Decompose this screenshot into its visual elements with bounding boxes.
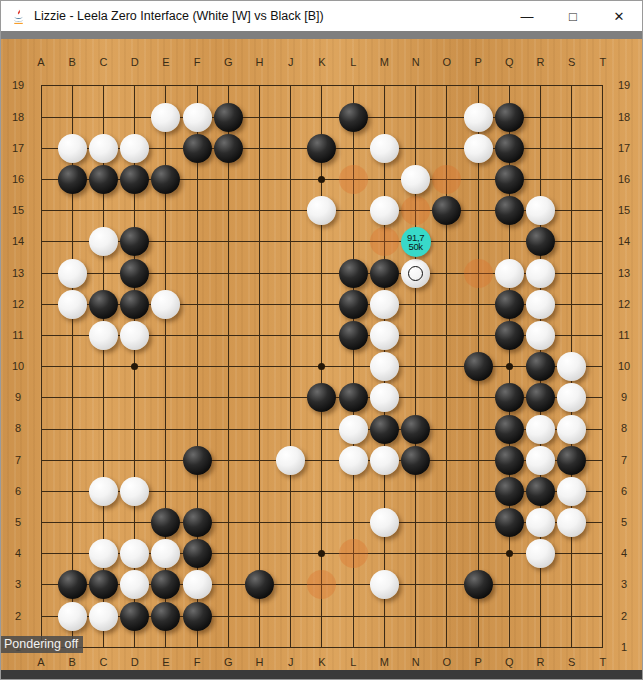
board-point-O6[interactable] [431,476,462,507]
board-point-N15[interactable] [400,195,431,226]
board-point-T12[interactable] [587,289,618,320]
board-point-E19[interactable] [150,70,181,101]
board-point-G2[interactable] [213,601,244,632]
board-point-H5[interactable] [244,507,275,538]
board-point-P11[interactable] [462,320,493,351]
board-point-Q13[interactable] [494,258,525,289]
board-point-A4[interactable] [25,538,56,569]
board-point-E2[interactable] [150,601,181,632]
board-point-J12[interactable] [275,289,306,320]
board-point-A11[interactable] [25,320,56,351]
board-point-B14[interactable] [57,226,88,257]
board-point-C12[interactable] [88,289,119,320]
board-point-R18[interactable] [525,102,556,133]
board-point-D11[interactable] [119,320,150,351]
board-point-G1[interactable] [213,632,244,663]
board-point-K12[interactable] [306,289,337,320]
board-point-N7[interactable] [400,445,431,476]
board-point-P5[interactable] [462,507,493,538]
board-point-E14[interactable] [150,226,181,257]
board-point-E7[interactable] [150,445,181,476]
board-point-M8[interactable] [369,413,400,444]
board-point-G6[interactable] [213,476,244,507]
board-point-A17[interactable] [25,133,56,164]
board-point-R4[interactable] [525,538,556,569]
board-point-M1[interactable] [369,632,400,663]
board-point-N17[interactable] [400,133,431,164]
board-point-D18[interactable] [119,102,150,133]
board-point-K2[interactable] [306,601,337,632]
board-point-H18[interactable] [244,102,275,133]
board-point-O15[interactable] [431,195,462,226]
board-point-T15[interactable] [587,195,618,226]
board-point-T2[interactable] [587,601,618,632]
board-point-H14[interactable] [244,226,275,257]
board-point-G19[interactable] [213,70,244,101]
board-point-C14[interactable] [88,226,119,257]
board-point-D12[interactable] [119,289,150,320]
board-point-P19[interactable] [462,70,493,101]
board-point-E15[interactable] [150,195,181,226]
board-point-L10[interactable] [338,351,369,382]
board-point-E18[interactable] [150,102,181,133]
board-point-T13[interactable] [587,258,618,289]
board-point-N1[interactable] [400,632,431,663]
board-point-E12[interactable] [150,289,181,320]
minimize-button[interactable]: — [504,1,550,31]
board-point-G10[interactable] [213,351,244,382]
board-point-R5[interactable] [525,507,556,538]
board-point-N4[interactable] [400,538,431,569]
board-point-K4[interactable] [306,538,337,569]
board-point-N9[interactable] [400,382,431,413]
board-point-M16[interactable] [369,164,400,195]
board-point-G11[interactable] [213,320,244,351]
board-point-L17[interactable] [338,133,369,164]
board-point-R3[interactable] [525,569,556,600]
board-point-A5[interactable] [25,507,56,538]
board-point-R11[interactable] [525,320,556,351]
board-point-B15[interactable] [57,195,88,226]
board-point-O14[interactable] [431,226,462,257]
board-point-B7[interactable] [57,445,88,476]
board-point-K17[interactable] [306,133,337,164]
board-point-E9[interactable] [150,382,181,413]
board-point-L18[interactable] [338,102,369,133]
board-point-F7[interactable] [181,445,212,476]
board-point-A13[interactable] [25,258,56,289]
board-point-Q14[interactable] [494,226,525,257]
board-point-H9[interactable] [244,382,275,413]
board-point-M4[interactable] [369,538,400,569]
board-point-C19[interactable] [88,70,119,101]
board-point-H15[interactable] [244,195,275,226]
board-point-T9[interactable] [587,382,618,413]
board-point-P4[interactable] [462,538,493,569]
board-point-E8[interactable] [150,413,181,444]
board-point-B11[interactable] [57,320,88,351]
board-point-N8[interactable] [400,413,431,444]
board-point-J6[interactable] [275,476,306,507]
board-point-C1[interactable] [88,632,119,663]
board-point-G13[interactable] [213,258,244,289]
board-point-B17[interactable] [57,133,88,164]
board-point-O1[interactable] [431,632,462,663]
board-point-N19[interactable] [400,70,431,101]
board-point-O7[interactable] [431,445,462,476]
board-point-K11[interactable] [306,320,337,351]
board-point-T18[interactable] [587,102,618,133]
board-point-H6[interactable] [244,476,275,507]
board-point-P9[interactable] [462,382,493,413]
board-point-R6[interactable] [525,476,556,507]
board-point-B5[interactable] [57,507,88,538]
board-point-A9[interactable] [25,382,56,413]
board-point-E10[interactable] [150,351,181,382]
board-point-A2[interactable] [25,601,56,632]
board-point-Q4[interactable] [494,538,525,569]
board-point-J15[interactable] [275,195,306,226]
board-point-K9[interactable] [306,382,337,413]
board-point-G8[interactable] [213,413,244,444]
board-point-T4[interactable] [587,538,618,569]
board-point-K8[interactable] [306,413,337,444]
board-point-G9[interactable] [213,382,244,413]
board-point-S18[interactable] [556,102,587,133]
board-point-D3[interactable] [119,569,150,600]
board-point-Q3[interactable] [494,569,525,600]
board-point-R17[interactable] [525,133,556,164]
board-point-S15[interactable] [556,195,587,226]
board-point-C2[interactable] [88,601,119,632]
board-point-K14[interactable] [306,226,337,257]
board-point-K13[interactable] [306,258,337,289]
board-point-J14[interactable] [275,226,306,257]
board-point-D19[interactable] [119,70,150,101]
board-point-S17[interactable] [556,133,587,164]
board-point-D17[interactable] [119,133,150,164]
board-point-A12[interactable] [25,289,56,320]
board-point-B18[interactable] [57,102,88,133]
board-point-E17[interactable] [150,133,181,164]
board-point-L12[interactable] [338,289,369,320]
board-point-G17[interactable] [213,133,244,164]
board-point-R2[interactable] [525,601,556,632]
board-point-N12[interactable] [400,289,431,320]
board-point-M2[interactable] [369,601,400,632]
board-point-N6[interactable] [400,476,431,507]
board-point-B9[interactable] [57,382,88,413]
board-point-C15[interactable] [88,195,119,226]
board-point-B6[interactable] [57,476,88,507]
board-point-K15[interactable] [306,195,337,226]
board-point-H16[interactable] [244,164,275,195]
board-point-C9[interactable] [88,382,119,413]
board-point-L4[interactable] [338,538,369,569]
board-point-R13[interactable] [525,258,556,289]
board-point-H3[interactable] [244,569,275,600]
board-point-P3[interactable] [462,569,493,600]
board-point-B10[interactable] [57,351,88,382]
board-point-F3[interactable] [181,569,212,600]
board-point-P14[interactable] [462,226,493,257]
board-point-F2[interactable] [181,601,212,632]
board-point-Q16[interactable] [494,164,525,195]
board-point-R8[interactable] [525,413,556,444]
board-point-Q15[interactable] [494,195,525,226]
board-point-K5[interactable] [306,507,337,538]
board-point-P12[interactable] [462,289,493,320]
board-point-N11[interactable] [400,320,431,351]
board-point-A16[interactable] [25,164,56,195]
board-point-M12[interactable] [369,289,400,320]
board-point-N2[interactable] [400,601,431,632]
board-point-R7[interactable] [525,445,556,476]
board-point-E11[interactable] [150,320,181,351]
board-point-G4[interactable] [213,538,244,569]
board-point-E1[interactable] [150,632,181,663]
board-point-J16[interactable] [275,164,306,195]
board-point-P16[interactable] [462,164,493,195]
board-point-J11[interactable] [275,320,306,351]
board-point-F17[interactable] [181,133,212,164]
board-point-D14[interactable] [119,226,150,257]
board-point-F19[interactable] [181,70,212,101]
board-point-F5[interactable] [181,507,212,538]
board-point-R16[interactable] [525,164,556,195]
board-point-F1[interactable] [181,632,212,663]
board-point-N18[interactable] [400,102,431,133]
board-point-J2[interactable] [275,601,306,632]
board-point-D16[interactable] [119,164,150,195]
board-point-C18[interactable] [88,102,119,133]
board-point-O12[interactable] [431,289,462,320]
board-point-Q19[interactable] [494,70,525,101]
board-point-P17[interactable] [462,133,493,164]
board-point-L2[interactable] [338,601,369,632]
board-point-H17[interactable] [244,133,275,164]
board-point-J1[interactable] [275,632,306,663]
board-point-H13[interactable] [244,258,275,289]
board-point-M6[interactable] [369,476,400,507]
board-point-O18[interactable] [431,102,462,133]
board-point-D2[interactable] [119,601,150,632]
board-point-F14[interactable] [181,226,212,257]
best-move-badge[interactable]: 91,750k [401,227,431,257]
board-point-F11[interactable] [181,320,212,351]
board-point-P18[interactable] [462,102,493,133]
board-point-S3[interactable] [556,569,587,600]
board-point-O19[interactable] [431,70,462,101]
board-point-A6[interactable] [25,476,56,507]
board-point-C13[interactable] [88,258,119,289]
board-point-F12[interactable] [181,289,212,320]
board-point-M13[interactable] [369,258,400,289]
board-point-P15[interactable] [462,195,493,226]
board-point-Q12[interactable] [494,289,525,320]
board-point-H19[interactable] [244,70,275,101]
board-point-K18[interactable] [306,102,337,133]
board-point-O10[interactable] [431,351,462,382]
board-point-A10[interactable] [25,351,56,382]
board-point-B4[interactable] [57,538,88,569]
board-point-D4[interactable] [119,538,150,569]
board-point-O2[interactable] [431,601,462,632]
board-point-T10[interactable] [587,351,618,382]
board-point-P8[interactable] [462,413,493,444]
board-point-K1[interactable] [306,632,337,663]
board-point-F16[interactable] [181,164,212,195]
board-point-B12[interactable] [57,289,88,320]
board-point-E4[interactable] [150,538,181,569]
board-point-H7[interactable] [244,445,275,476]
board-point-A8[interactable] [25,413,56,444]
board-point-T19[interactable] [587,70,618,101]
board-point-S10[interactable] [556,351,587,382]
board-point-C6[interactable] [88,476,119,507]
board-point-P7[interactable] [462,445,493,476]
board-point-B13[interactable] [57,258,88,289]
board-point-S6[interactable] [556,476,587,507]
board-point-C16[interactable] [88,164,119,195]
board-point-L14[interactable] [338,226,369,257]
board-point-P10[interactable] [462,351,493,382]
board-point-R15[interactable] [525,195,556,226]
board-point-Q10[interactable] [494,351,525,382]
board-point-H8[interactable] [244,413,275,444]
board-point-D7[interactable] [119,445,150,476]
board-point-C7[interactable] [88,445,119,476]
board-point-F15[interactable] [181,195,212,226]
board-point-D6[interactable] [119,476,150,507]
board-point-H2[interactable] [244,601,275,632]
board-point-G7[interactable] [213,445,244,476]
board-point-Q6[interactable] [494,476,525,507]
board-point-E6[interactable] [150,476,181,507]
board-point-Q7[interactable] [494,445,525,476]
board-point-N3[interactable] [400,569,431,600]
board-point-S9[interactable] [556,382,587,413]
board-point-J7[interactable] [275,445,306,476]
board-point-K16[interactable] [306,164,337,195]
board-point-G18[interactable] [213,102,244,133]
board-point-A3[interactable] [25,569,56,600]
board-point-O16[interactable] [431,164,462,195]
board-point-K19[interactable] [306,70,337,101]
board-point-L3[interactable] [338,569,369,600]
board-point-L8[interactable] [338,413,369,444]
board-point-G16[interactable] [213,164,244,195]
board-point-J8[interactable] [275,413,306,444]
board-point-P6[interactable] [462,476,493,507]
board-point-F6[interactable] [181,476,212,507]
board-point-S2[interactable] [556,601,587,632]
board-point-T11[interactable] [587,320,618,351]
board-point-M11[interactable] [369,320,400,351]
board-point-T5[interactable] [587,507,618,538]
board-point-L5[interactable] [338,507,369,538]
board-point-M5[interactable] [369,507,400,538]
board-point-R19[interactable] [525,70,556,101]
board-point-O3[interactable] [431,569,462,600]
board-point-Q5[interactable] [494,507,525,538]
board-point-M17[interactable] [369,133,400,164]
board-point-C5[interactable] [88,507,119,538]
board-point-H1[interactable] [244,632,275,663]
board-point-S1[interactable] [556,632,587,663]
board-point-D9[interactable] [119,382,150,413]
board-point-C17[interactable] [88,133,119,164]
board-point-S12[interactable] [556,289,587,320]
board-point-O4[interactable] [431,538,462,569]
board-point-O5[interactable] [431,507,462,538]
board-point-J5[interactable] [275,507,306,538]
board-point-J13[interactable] [275,258,306,289]
board-point-D10[interactable] [119,351,150,382]
maximize-button[interactable]: □ [550,1,596,31]
board-point-P1[interactable] [462,632,493,663]
board-point-T7[interactable] [587,445,618,476]
board-point-C8[interactable] [88,413,119,444]
board-point-C3[interactable] [88,569,119,600]
board-point-O8[interactable] [431,413,462,444]
board-point-M10[interactable] [369,351,400,382]
board-point-G15[interactable] [213,195,244,226]
board-point-S11[interactable] [556,320,587,351]
close-button[interactable]: ✕ [596,1,642,31]
board-point-K10[interactable] [306,351,337,382]
board-point-H4[interactable] [244,538,275,569]
board-point-M3[interactable] [369,569,400,600]
board-point-D5[interactable] [119,507,150,538]
board-point-A15[interactable] [25,195,56,226]
board-point-Q2[interactable] [494,601,525,632]
board-point-L15[interactable] [338,195,369,226]
board-point-C10[interactable] [88,351,119,382]
board-point-C4[interactable] [88,538,119,569]
board-point-T8[interactable] [587,413,618,444]
board-point-A7[interactable] [25,445,56,476]
board-point-G3[interactable] [213,569,244,600]
board-point-E3[interactable] [150,569,181,600]
board-point-S7[interactable] [556,445,587,476]
board-point-K6[interactable] [306,476,337,507]
board-point-R14[interactable] [525,226,556,257]
board-point-H10[interactable] [244,351,275,382]
board-point-B2[interactable] [57,601,88,632]
board-point-S14[interactable] [556,226,587,257]
board-point-R9[interactable] [525,382,556,413]
board-point-J17[interactable] [275,133,306,164]
board-point-R1[interactable] [525,632,556,663]
board-point-M7[interactable] [369,445,400,476]
board-point-N10[interactable] [400,351,431,382]
board-point-R12[interactable] [525,289,556,320]
board-point-J19[interactable] [275,70,306,101]
board-point-T6[interactable] [587,476,618,507]
board-point-Q8[interactable] [494,413,525,444]
board-point-D8[interactable] [119,413,150,444]
board-point-J9[interactable] [275,382,306,413]
board-point-N13[interactable] [400,258,431,289]
board-point-C11[interactable] [88,320,119,351]
board-point-M15[interactable] [369,195,400,226]
board-point-S4[interactable] [556,538,587,569]
board-point-F4[interactable] [181,538,212,569]
board-point-S16[interactable] [556,164,587,195]
board-point-F10[interactable] [181,351,212,382]
board-point-N16[interactable] [400,164,431,195]
